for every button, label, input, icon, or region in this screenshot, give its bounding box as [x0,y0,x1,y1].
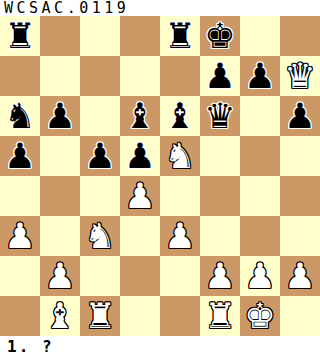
white-pawn: ♟ [120,176,160,216]
square-g5[interactable] [240,136,280,176]
square-h5[interactable] [280,136,320,176]
white-knight: ♞ [160,136,200,176]
square-f2[interactable]: ♟ [200,256,240,296]
black-bishop: ♝ [160,96,200,136]
square-a6[interactable]: ♞ [0,96,40,136]
black-king: ♚ [200,16,240,56]
square-b5[interactable] [40,136,80,176]
square-b3[interactable] [40,216,80,256]
black-knight: ♞ [0,96,40,136]
black-rook: ♜ [160,16,200,56]
square-g4[interactable] [240,176,280,216]
square-e8[interactable]: ♜ [160,16,200,56]
square-e1[interactable] [160,296,200,336]
square-c8[interactable] [80,16,120,56]
square-h8[interactable] [280,16,320,56]
black-queen: ♛ [200,96,240,136]
white-queen: ♛ [280,56,320,96]
square-a4[interactable] [0,176,40,216]
square-a2[interactable] [0,256,40,296]
black-pawn: ♟ [240,56,280,96]
square-c6[interactable] [80,96,120,136]
square-e2[interactable] [160,256,200,296]
square-h3[interactable] [280,216,320,256]
white-king: ♚ [240,296,280,336]
square-b2[interactable]: ♟ [40,256,80,296]
white-pawn: ♟ [40,256,80,296]
square-g7[interactable]: ♟ [240,56,280,96]
black-pawn: ♟ [80,136,120,176]
black-pawn: ♟ [280,96,320,136]
black-pawn: ♟ [40,96,80,136]
black-bishop: ♝ [120,96,160,136]
square-f4[interactable] [200,176,240,216]
square-c3[interactable]: ♞ [80,216,120,256]
square-h4[interactable] [280,176,320,216]
square-g6[interactable] [240,96,280,136]
square-c2[interactable] [80,256,120,296]
square-e6[interactable]: ♝ [160,96,200,136]
square-b7[interactable] [40,56,80,96]
square-d3[interactable] [120,216,160,256]
square-g3[interactable] [240,216,280,256]
square-a1[interactable] [0,296,40,336]
square-b1[interactable]: ♝ [40,296,80,336]
square-d4[interactable]: ♟ [120,176,160,216]
square-e5[interactable]: ♞ [160,136,200,176]
square-f6[interactable]: ♛ [200,96,240,136]
square-b4[interactable] [40,176,80,216]
square-c1[interactable]: ♜ [80,296,120,336]
square-c7[interactable] [80,56,120,96]
square-d8[interactable] [120,16,160,56]
white-pawn: ♟ [0,216,40,256]
square-a7[interactable] [0,56,40,96]
square-b6[interactable]: ♟ [40,96,80,136]
square-d6[interactable]: ♝ [120,96,160,136]
square-a3[interactable]: ♟ [0,216,40,256]
white-bishop: ♝ [40,296,80,336]
square-g2[interactable]: ♟ [240,256,280,296]
square-h6[interactable]: ♟ [280,96,320,136]
square-d5[interactable]: ♟ [120,136,160,176]
square-b8[interactable] [40,16,80,56]
square-f3[interactable] [200,216,240,256]
square-e4[interactable] [160,176,200,216]
square-f5[interactable] [200,136,240,176]
square-e3[interactable]: ♟ [160,216,200,256]
chess-board: ♜♜♚♟♟♛♞♟♝♝♛♟♟♟♟♞♟♟♞♟♟♟♟♟♝♜♜♚ [0,16,320,336]
square-a8[interactable]: ♜ [0,16,40,56]
black-rook: ♜ [0,16,40,56]
square-d2[interactable] [120,256,160,296]
square-g8[interactable] [240,16,280,56]
white-pawn: ♟ [240,256,280,296]
square-d7[interactable] [120,56,160,96]
black-pawn: ♟ [200,56,240,96]
black-pawn: ♟ [120,136,160,176]
square-f1[interactable]: ♜ [200,296,240,336]
square-h1[interactable] [280,296,320,336]
square-f7[interactable]: ♟ [200,56,240,96]
square-g1[interactable]: ♚ [240,296,280,336]
white-rook: ♜ [80,296,120,336]
white-pawn: ♟ [200,256,240,296]
white-knight: ♞ [80,216,120,256]
white-rook: ♜ [200,296,240,336]
square-c5[interactable]: ♟ [80,136,120,176]
square-h7[interactable]: ♛ [280,56,320,96]
black-pawn: ♟ [0,136,40,176]
move-prompt: 1. ? [0,336,320,360]
square-h2[interactable]: ♟ [280,256,320,296]
white-pawn: ♟ [160,216,200,256]
square-a5[interactable]: ♟ [0,136,40,176]
puzzle-id: WCSAC.0119 [0,0,320,16]
square-e7[interactable] [160,56,200,96]
square-d1[interactable] [120,296,160,336]
white-pawn: ♟ [280,256,320,296]
square-f8[interactable]: ♚ [200,16,240,56]
square-c4[interactable] [80,176,120,216]
